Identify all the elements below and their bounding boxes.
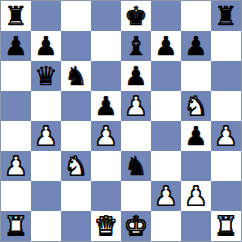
piece-black-pawn[interactable]: ♟ — [34, 31, 57, 61]
chess-board: ♜♚♜♟♟♝♟♟♛♞♟♟♟♞♟♟♟♟♟♞♞♟♟♜♛♚♜ — [0, 0, 242, 242]
square-a7[interactable]: ♟ — [1, 31, 31, 61]
piece-white-pawn[interactable]: ♟ — [34, 121, 57, 151]
piece-white-pawn[interactable]: ♟ — [154, 181, 177, 211]
piece-white-knight[interactable]: ♞ — [64, 151, 87, 181]
square-e1[interactable]: ♚ — [121, 211, 151, 241]
square-e4[interactable] — [121, 121, 151, 151]
square-c2[interactable] — [61, 181, 91, 211]
square-c6[interactable]: ♞ — [61, 61, 91, 91]
square-a6[interactable] — [1, 61, 31, 91]
square-d2[interactable] — [91, 181, 121, 211]
square-f7[interactable]: ♟ — [151, 31, 181, 61]
square-a3[interactable]: ♟ — [1, 151, 31, 181]
square-g5[interactable]: ♞ — [181, 91, 211, 121]
square-b2[interactable] — [31, 181, 61, 211]
square-h1[interactable]: ♜ — [211, 211, 241, 241]
square-e5[interactable]: ♟ — [121, 91, 151, 121]
square-g7[interactable]: ♟ — [181, 31, 211, 61]
square-h2[interactable] — [211, 181, 241, 211]
square-g3[interactable] — [181, 151, 211, 181]
square-g6[interactable] — [181, 61, 211, 91]
square-h3[interactable] — [211, 151, 241, 181]
piece-white-knight[interactable]: ♞ — [184, 91, 207, 121]
square-e3[interactable]: ♞ — [121, 151, 151, 181]
piece-black-king[interactable]: ♚ — [124, 1, 147, 31]
square-e2[interactable] — [121, 181, 151, 211]
square-e7[interactable]: ♝ — [121, 31, 151, 61]
square-c5[interactable] — [61, 91, 91, 121]
square-f1[interactable] — [151, 211, 181, 241]
square-c4[interactable] — [61, 121, 91, 151]
piece-white-rook[interactable]: ♜ — [4, 211, 27, 241]
piece-white-pawn[interactable]: ♟ — [124, 91, 147, 121]
square-h4[interactable]: ♟ — [211, 121, 241, 151]
piece-black-rook[interactable]: ♜ — [214, 1, 237, 31]
piece-white-king[interactable]: ♚ — [124, 211, 147, 241]
square-g1[interactable] — [181, 211, 211, 241]
square-h8[interactable]: ♜ — [211, 1, 241, 31]
piece-white-rook[interactable]: ♜ — [214, 211, 237, 241]
square-c7[interactable] — [61, 31, 91, 61]
square-d7[interactable] — [91, 31, 121, 61]
piece-white-pawn[interactable]: ♟ — [214, 121, 237, 151]
piece-black-pawn[interactable]: ♟ — [184, 31, 207, 61]
square-b8[interactable] — [31, 1, 61, 31]
square-e6[interactable]: ♟ — [121, 61, 151, 91]
square-b5[interactable] — [31, 91, 61, 121]
square-h7[interactable] — [211, 31, 241, 61]
piece-black-pawn[interactable]: ♟ — [4, 31, 27, 61]
square-g8[interactable] — [181, 1, 211, 31]
square-d6[interactable] — [91, 61, 121, 91]
piece-black-queen[interactable]: ♛ — [34, 61, 57, 91]
square-g4[interactable]: ♟ — [181, 121, 211, 151]
square-h5[interactable] — [211, 91, 241, 121]
piece-white-queen[interactable]: ♛ — [94, 211, 117, 241]
piece-black-knight[interactable]: ♞ — [124, 151, 147, 181]
square-h6[interactable] — [211, 61, 241, 91]
square-f8[interactable] — [151, 1, 181, 31]
piece-black-pawn[interactable]: ♟ — [184, 121, 207, 151]
square-g2[interactable]: ♟ — [181, 181, 211, 211]
square-a4[interactable] — [1, 121, 31, 151]
square-d3[interactable] — [91, 151, 121, 181]
piece-black-pawn[interactable]: ♟ — [124, 61, 147, 91]
piece-black-bishop[interactable]: ♝ — [124, 31, 147, 61]
piece-black-pawn[interactable]: ♟ — [94, 91, 117, 121]
square-a5[interactable] — [1, 91, 31, 121]
piece-white-pawn[interactable]: ♟ — [4, 151, 27, 181]
square-d4[interactable]: ♟ — [91, 121, 121, 151]
square-f5[interactable] — [151, 91, 181, 121]
square-a1[interactable]: ♜ — [1, 211, 31, 241]
square-f4[interactable] — [151, 121, 181, 151]
piece-white-pawn[interactable]: ♟ — [94, 121, 117, 151]
piece-white-pawn[interactable]: ♟ — [184, 181, 207, 211]
square-d8[interactable] — [91, 1, 121, 31]
piece-black-rook[interactable]: ♜ — [4, 1, 27, 31]
square-b7[interactable]: ♟ — [31, 31, 61, 61]
square-c1[interactable] — [61, 211, 91, 241]
square-b3[interactable] — [31, 151, 61, 181]
square-a2[interactable] — [1, 181, 31, 211]
square-c8[interactable] — [61, 1, 91, 31]
square-b4[interactable]: ♟ — [31, 121, 61, 151]
square-f2[interactable]: ♟ — [151, 181, 181, 211]
square-a8[interactable]: ♜ — [1, 1, 31, 31]
square-c3[interactable]: ♞ — [61, 151, 91, 181]
square-b6[interactable]: ♛ — [31, 61, 61, 91]
square-d5[interactable]: ♟ — [91, 91, 121, 121]
square-b1[interactable] — [31, 211, 61, 241]
square-e8[interactable]: ♚ — [121, 1, 151, 31]
square-f6[interactable] — [151, 61, 181, 91]
piece-black-knight[interactable]: ♞ — [64, 61, 87, 91]
square-f3[interactable] — [151, 151, 181, 181]
piece-black-pawn[interactable]: ♟ — [154, 31, 177, 61]
square-d1[interactable]: ♛ — [91, 211, 121, 241]
